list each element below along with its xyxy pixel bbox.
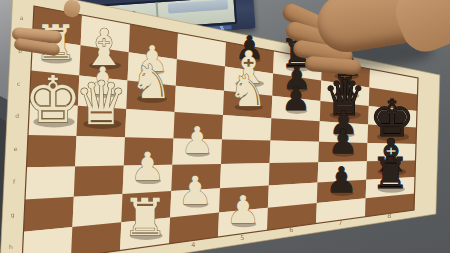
white-king-d1[interactable]: ♚ [24, 62, 82, 137]
white-pawn-h5[interactable]: ♟ [226, 187, 260, 232]
square-d6[interactable] [271, 118, 320, 142]
square-f1[interactable] [25, 166, 75, 199]
square-f5[interactable] [220, 163, 270, 188]
square-g1[interactable] [24, 197, 74, 232]
rank-label: 8 [387, 212, 391, 220]
player-hand-left [0, 0, 120, 70]
white-rook-h3[interactable]: ♜ [122, 187, 168, 247]
rank-label: 6 [289, 226, 293, 234]
rank-label: 7 [338, 219, 342, 227]
square-d5[interactable] [222, 115, 271, 141]
white-knight-c3[interactable]: ♞ [130, 54, 172, 109]
black-pawn-e7[interactable]: ♟ [328, 122, 358, 161]
square-f6[interactable] [269, 162, 319, 185]
black-pawn-g7[interactable]: ♟ [326, 160, 357, 200]
file-label: g [11, 211, 15, 219]
file-label: h [9, 243, 13, 250]
white-knight-c5[interactable]: ♞ [228, 65, 267, 116]
rank-label: 4 [191, 241, 195, 249]
square-d3[interactable] [125, 109, 175, 138]
white-pawn-g4[interactable]: ♟ [178, 168, 213, 213]
file-label: c [17, 80, 20, 87]
file-label: d [15, 112, 19, 119]
player-hand-right [275, 0, 450, 90]
file-label: e [14, 145, 18, 152]
white-pawn-e4[interactable]: ♟ [181, 119, 214, 162]
square-c4[interactable] [175, 86, 224, 115]
square-e1[interactable] [27, 135, 77, 167]
square-e5[interactable] [221, 140, 271, 164]
square-e2[interactable] [75, 136, 125, 166]
square-g2[interactable] [72, 194, 122, 227]
square-h2[interactable] [71, 222, 121, 253]
square-e6[interactable] [270, 141, 319, 163]
black-rook-g8[interactable]: ♜ [371, 149, 409, 198]
rank-label: 5 [240, 234, 244, 242]
white-queen-d2[interactable]: ♛ [75, 68, 129, 138]
white-pawn-f3[interactable]: ♟ [130, 144, 165, 189]
tournament-photo-scene: 4:26 abcdefgh45678♜♟♝♜♟♞♝♟♟♝♞♞♟♛♚♛♟♚♟♟♝♟… [0, 0, 450, 253]
square-f2[interactable] [74, 166, 124, 197]
finger [62, 0, 81, 18]
